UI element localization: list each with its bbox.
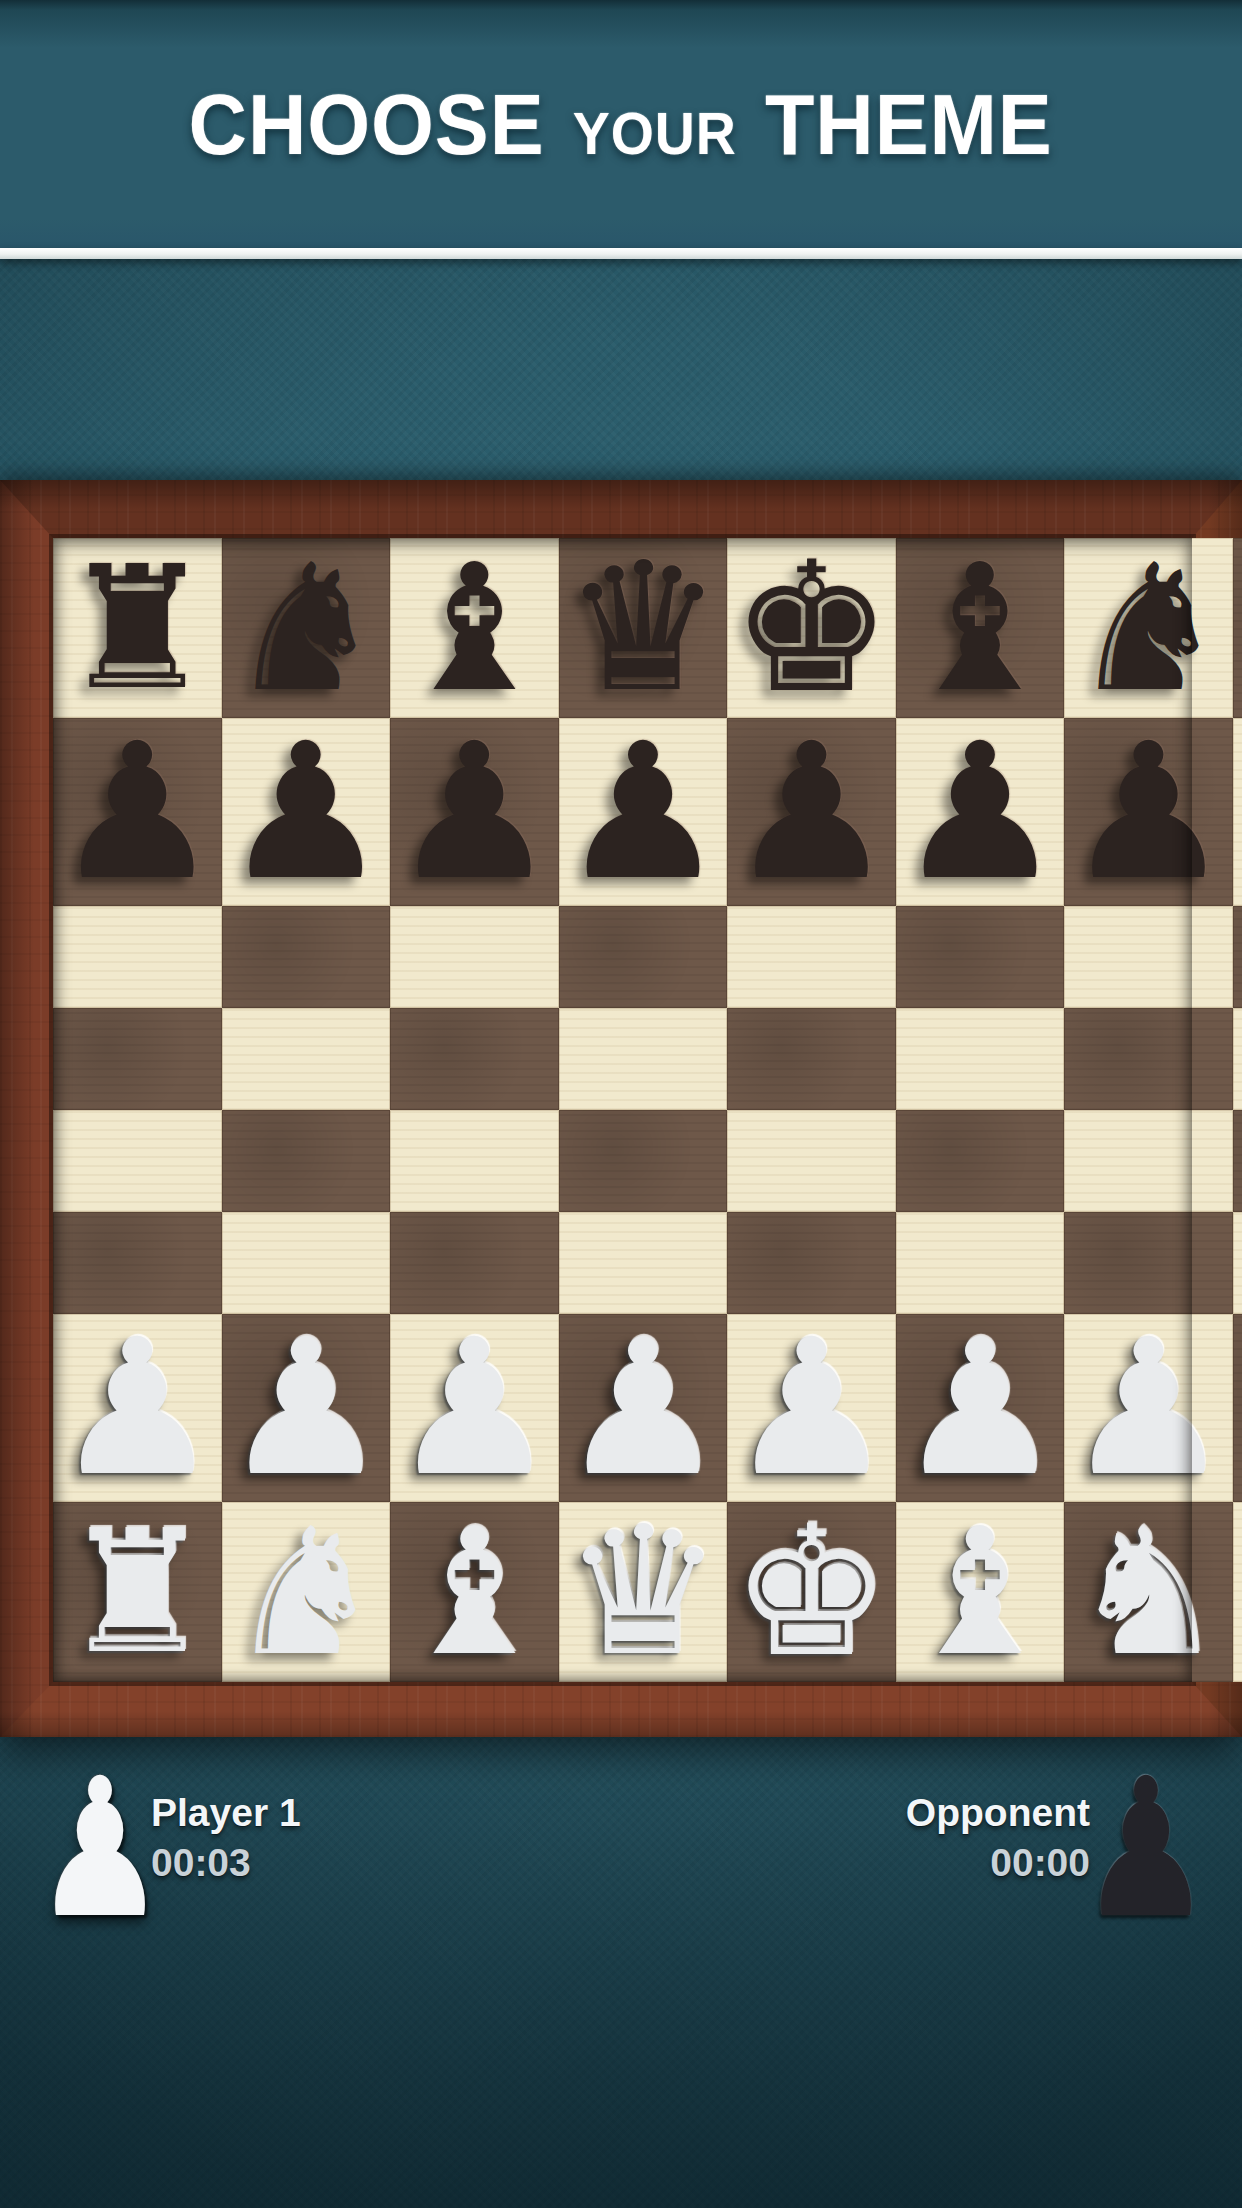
square-h4[interactable]	[1233, 1110, 1242, 1212]
square-g1[interactable]: ♞	[1064, 1502, 1233, 1682]
black-rook[interactable]: ♜	[61, 543, 213, 713]
square-c4[interactable]	[390, 1110, 559, 1212]
white-pawn[interactable]: ♟	[222, 1314, 391, 1502]
square-e2[interactable]: ♟	[727, 1314, 896, 1502]
square-g4[interactable]	[1064, 1110, 1233, 1212]
square-b5[interactable]	[222, 1008, 391, 1110]
white-bishop[interactable]: ♝	[902, 1505, 1059, 1680]
black-pawn[interactable]: ♟	[222, 718, 391, 906]
white-queen[interactable]: ♛	[563, 1503, 723, 1681]
square-f5[interactable]	[896, 1008, 1065, 1110]
white-pawn[interactable]: ♟	[1233, 1314, 1242, 1502]
white-king[interactable]: ♚	[731, 1502, 892, 1682]
square-e1[interactable]: ♚	[727, 1502, 896, 1682]
square-f8[interactable]: ♝	[896, 538, 1065, 718]
chess-board-frame: ♜♞♝♛♚♝♞♜♟♟♟♟♟♟♟♟♟♟♟♟♟♟♟♟♜♞♝♛♚♝♞♜	[0, 480, 1242, 1737]
white-bishop[interactable]: ♝	[396, 1505, 553, 1680]
square-c8[interactable]: ♝	[390, 538, 559, 718]
square-a1[interactable]: ♜	[53, 1502, 222, 1682]
player-right-name: Opponent	[906, 1792, 1090, 1834]
square-h8[interactable]: ♜	[1233, 538, 1242, 718]
black-pawn[interactable]: ♟	[559, 718, 728, 906]
page-title: CHOOSE YOUR THEME	[189, 75, 1053, 174]
white-pawn[interactable]: ♟	[896, 1314, 1065, 1502]
square-f2[interactable]: ♟	[896, 1314, 1065, 1502]
square-d2[interactable]: ♟	[559, 1314, 728, 1502]
square-c2[interactable]: ♟	[390, 1314, 559, 1502]
square-a4[interactable]	[53, 1110, 222, 1212]
square-c1[interactable]: ♝	[390, 1502, 559, 1682]
square-b8[interactable]: ♞	[222, 538, 391, 718]
square-e8[interactable]: ♚	[727, 538, 896, 718]
white-pawn[interactable]: ♟	[53, 1314, 222, 1502]
square-f6[interactable]	[896, 906, 1065, 1008]
black-pawn-icon: ♟	[1105, 1776, 1186, 1922]
square-e7[interactable]: ♟	[727, 718, 896, 906]
header: CHOOSE YOUR THEME	[0, 0, 1242, 248]
square-d5[interactable]	[559, 1008, 728, 1110]
square-b2[interactable]: ♟	[222, 1314, 391, 1502]
player-left-clock: 00:03	[151, 1842, 301, 1884]
player-right: Opponent 00:00	[906, 1792, 1090, 1884]
square-e6[interactable]	[727, 906, 896, 1008]
black-king[interactable]: ♚	[731, 538, 892, 718]
white-pawn[interactable]: ♟	[727, 1314, 896, 1502]
square-f1[interactable]: ♝	[896, 1502, 1065, 1682]
square-a7[interactable]: ♟	[53, 718, 222, 906]
white-pawn[interactable]: ♟	[559, 1314, 728, 1502]
player-left-name: Player 1	[151, 1792, 301, 1834]
square-g7[interactable]: ♟	[1064, 718, 1233, 906]
square-h1[interactable]: ♜	[1233, 1502, 1242, 1682]
white-rook[interactable]: ♜	[61, 1507, 213, 1677]
header-divider	[0, 248, 1242, 259]
black-knight[interactable]: ♞	[227, 541, 384, 716]
black-queen[interactable]: ♛	[563, 539, 723, 717]
square-d1[interactable]: ♛	[559, 1502, 728, 1682]
square-a8[interactable]: ♜	[53, 538, 222, 718]
square-h2[interactable]: ♟	[1233, 1314, 1242, 1502]
square-d7[interactable]: ♟	[559, 718, 728, 906]
black-pawn[interactable]: ♟	[53, 718, 222, 906]
black-pawn[interactable]: ♟	[1064, 718, 1233, 906]
title-word-theme: THEME	[765, 75, 1053, 174]
player-left: Player 1 00:03	[151, 1792, 301, 1884]
square-e4[interactable]	[727, 1110, 896, 1212]
square-h7[interactable]: ♟	[1233, 718, 1242, 906]
square-g5[interactable]	[1064, 1008, 1233, 1110]
square-d6[interactable]	[559, 906, 728, 1008]
square-b4[interactable]	[222, 1110, 391, 1212]
square-a6[interactable]	[53, 906, 222, 1008]
square-e5[interactable]	[727, 1008, 896, 1110]
square-g2[interactable]: ♟	[1064, 1314, 1233, 1502]
white-pawn-icon: ♟	[59, 1776, 140, 1922]
square-g8[interactable]: ♞	[1064, 538, 1233, 718]
square-c5[interactable]	[390, 1008, 559, 1110]
white-pawn[interactable]: ♟	[390, 1314, 559, 1502]
title-word-your: YOUR	[573, 100, 737, 168]
square-h5[interactable]	[1233, 1008, 1242, 1110]
black-pawn[interactable]: ♟	[390, 718, 559, 906]
square-g6[interactable]	[1064, 906, 1233, 1008]
square-h6[interactable]	[1233, 906, 1242, 1008]
black-bishop[interactable]: ♝	[902, 541, 1059, 716]
black-bishop[interactable]: ♝	[396, 541, 553, 716]
player-right-clock: 00:00	[906, 1842, 1090, 1884]
square-c6[interactable]	[390, 906, 559, 1008]
white-knight[interactable]: ♞	[1070, 1505, 1227, 1680]
square-c7[interactable]: ♟	[390, 718, 559, 906]
square-a5[interactable]	[53, 1008, 222, 1110]
square-b6[interactable]	[222, 906, 391, 1008]
black-knight[interactable]: ♞	[1070, 541, 1227, 716]
board-grid[interactable]: ♜♞♝♛♚♝♞♜♟♟♟♟♟♟♟♟♟♟♟♟♟♟♟♟♜♞♝♛♚♝♞♜	[53, 538, 1192, 1682]
app-screen: CHOOSE YOUR THEME ♜♞♝♛♚♝♞♜♟♟♟♟♟♟♟♟♟♟♟♟♟♟…	[0, 0, 1242, 2208]
white-pawn[interactable]: ♟	[1064, 1314, 1233, 1502]
square-b1[interactable]: ♞	[222, 1502, 391, 1682]
square-a2[interactable]: ♟	[53, 1314, 222, 1502]
white-knight[interactable]: ♞	[227, 1505, 384, 1680]
black-pawn[interactable]: ♟	[727, 718, 896, 906]
square-b7[interactable]: ♟	[222, 718, 391, 906]
square-d4[interactable]	[559, 1110, 728, 1212]
black-pawn[interactable]: ♟	[1233, 718, 1242, 906]
black-pawn[interactable]: ♟	[896, 718, 1065, 906]
square-f7[interactable]: ♟	[896, 718, 1065, 906]
square-d8[interactable]: ♛	[559, 538, 728, 718]
title-word-choose: CHOOSE	[189, 75, 545, 174]
square-f4[interactable]	[896, 1110, 1065, 1212]
